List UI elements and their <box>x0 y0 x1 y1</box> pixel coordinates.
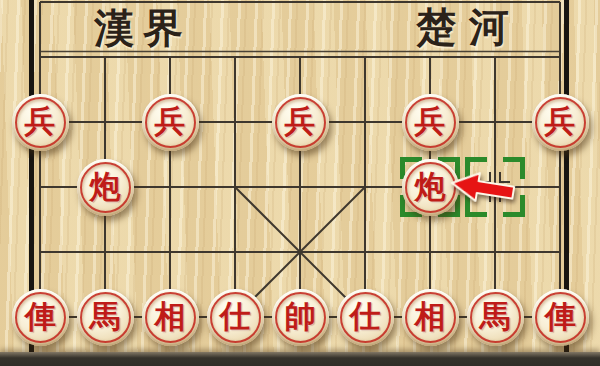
intersection-8-3[interactable] <box>528 220 593 285</box>
piece-glyph: 兵 <box>25 106 56 137</box>
intersection-0-4[interactable]: 俥 <box>8 285 73 350</box>
intersection-4-4[interactable]: 帥 <box>268 285 333 350</box>
intersection-7-3[interactable] <box>463 220 528 285</box>
intersection-2-3[interactable] <box>138 220 203 285</box>
intersection-7-4[interactable]: 馬 <box>463 285 528 350</box>
piece-glyph: 仕 <box>350 301 381 332</box>
piece-soldier[interactable]: 兵 <box>12 94 69 151</box>
intersection-1-4[interactable]: 馬 <box>73 285 138 350</box>
piece-horse[interactable]: 馬 <box>467 289 524 346</box>
piece-chariot[interactable]: 俥 <box>12 289 69 346</box>
piece-glyph: 帥 <box>285 301 316 332</box>
piece-glyph: 兵 <box>415 106 446 137</box>
intersection-3-0[interactable] <box>203 25 268 90</box>
intersection-6-1[interactable]: 兵 <box>398 90 463 155</box>
intersection-6-3[interactable] <box>398 220 463 285</box>
piece-glyph: 兵 <box>285 106 316 137</box>
intersection-4-0[interactable] <box>268 25 333 90</box>
intersection-8-4[interactable]: 俥 <box>528 285 593 350</box>
intersection-8-0[interactable] <box>528 25 593 90</box>
intersection-8-2[interactable] <box>528 155 593 220</box>
piece-advisor[interactable]: 仕 <box>337 289 394 346</box>
last-move-arrow-shape <box>450 169 516 206</box>
intersection-3-2[interactable] <box>203 155 268 220</box>
intersection-6-4[interactable]: 相 <box>398 285 463 350</box>
intersection-0-0[interactable] <box>8 25 73 90</box>
piece-glyph: 馬 <box>480 301 511 332</box>
intersection-5-4[interactable]: 仕 <box>333 285 398 350</box>
piece-horse[interactable]: 馬 <box>77 289 134 346</box>
piece-glyph: 炮 <box>90 171 121 202</box>
piece-soldier[interactable]: 兵 <box>532 94 589 151</box>
piece-glyph: 兵 <box>155 106 186 137</box>
intersection-5-2[interactable] <box>333 155 398 220</box>
piece-glyph: 馬 <box>90 301 121 332</box>
intersection-2-4[interactable]: 相 <box>138 285 203 350</box>
intersection-6-0[interactable] <box>398 25 463 90</box>
intersection-2-0[interactable] <box>138 25 203 90</box>
piece-glyph: 相 <box>415 301 446 332</box>
intersection-1-2[interactable]: 炮 <box>73 155 138 220</box>
intersection-5-3[interactable] <box>333 220 398 285</box>
piece-glyph: 炮 <box>415 171 446 202</box>
piece-cannon[interactable]: 炮 <box>77 159 134 216</box>
intersection-5-1[interactable] <box>333 90 398 155</box>
intersection-8-1[interactable]: 兵 <box>528 90 593 155</box>
intersection-0-3[interactable] <box>8 220 73 285</box>
intersection-5-0[interactable] <box>333 25 398 90</box>
intersection-3-3[interactable] <box>203 220 268 285</box>
piece-glyph: 仕 <box>220 301 251 332</box>
intersection-4-3[interactable] <box>268 220 333 285</box>
piece-soldier[interactable]: 兵 <box>272 94 329 151</box>
intersection-0-2[interactable] <box>8 155 73 220</box>
piece-general[interactable]: 帥 <box>272 289 329 346</box>
intersection-3-1[interactable] <box>203 90 268 155</box>
piece-advisor[interactable]: 仕 <box>207 289 264 346</box>
intersection-4-2[interactable] <box>268 155 333 220</box>
intersection-2-2[interactable] <box>138 155 203 220</box>
piece-soldier[interactable]: 兵 <box>142 94 199 151</box>
piece-elephant[interactable]: 相 <box>402 289 459 346</box>
piece-chariot[interactable]: 俥 <box>532 289 589 346</box>
intersection-1-3[interactable] <box>73 220 138 285</box>
intersection-7-0[interactable] <box>463 25 528 90</box>
piece-elephant[interactable]: 相 <box>142 289 199 346</box>
xiangqi-board: 漢界 楚河 兵兵兵兵兵炮炮俥馬相仕帥仕相馬俥 <box>0 0 600 366</box>
piece-glyph: 俥 <box>545 301 576 332</box>
intersection-2-1[interactable]: 兵 <box>138 90 203 155</box>
piece-soldier[interactable]: 兵 <box>402 94 459 151</box>
piece-glyph: 兵 <box>545 106 576 137</box>
piece-glyph: 相 <box>155 301 186 332</box>
intersection-0-1[interactable]: 兵 <box>8 90 73 155</box>
board-bottom-edge <box>0 352 600 366</box>
intersection-4-1[interactable]: 兵 <box>268 90 333 155</box>
piece-glyph: 俥 <box>25 301 56 332</box>
intersection-7-1[interactable] <box>463 90 528 155</box>
intersection-1-1[interactable] <box>73 90 138 155</box>
intersection-1-0[interactable] <box>73 25 138 90</box>
intersection-3-4[interactable]: 仕 <box>203 285 268 350</box>
